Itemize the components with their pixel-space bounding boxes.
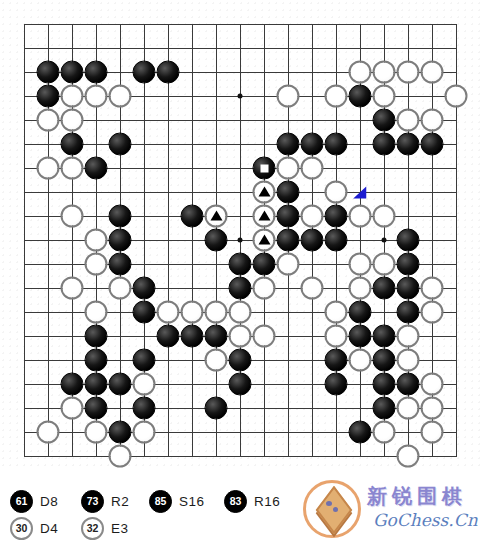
intersection[interactable] [300, 252, 324, 276]
intersection[interactable] [444, 36, 468, 60]
intersection[interactable] [300, 12, 324, 36]
intersection[interactable] [252, 396, 276, 420]
intersection[interactable] [444, 300, 468, 324]
intersection[interactable] [300, 420, 324, 444]
intersection[interactable] [420, 228, 444, 252]
legend-coordinate-label: E3 [111, 521, 129, 536]
intersection[interactable] [156, 372, 180, 396]
intersection[interactable] [300, 180, 324, 204]
intersection[interactable] [204, 12, 228, 36]
intersection[interactable] [156, 108, 180, 132]
intersection[interactable] [84, 444, 108, 468]
intersection[interactable] [444, 420, 468, 444]
intersection[interactable] [12, 348, 36, 372]
intersection[interactable] [108, 36, 132, 60]
black-stone [133, 61, 156, 84]
intersection[interactable] [180, 396, 204, 420]
intersection[interactable] [324, 396, 348, 420]
white-stone [301, 205, 324, 228]
intersection[interactable] [276, 60, 300, 84]
intersection[interactable] [132, 204, 156, 228]
intersection[interactable] [84, 276, 108, 300]
intersection[interactable] [444, 252, 468, 276]
intersection[interactable] [300, 60, 324, 84]
white-stone [397, 109, 420, 132]
intersection[interactable] [252, 300, 276, 324]
intersection[interactable] [252, 60, 276, 84]
intersection[interactable] [156, 276, 180, 300]
black-stone-badge: 83 [224, 490, 247, 513]
intersection[interactable] [108, 108, 132, 132]
intersection[interactable] [180, 108, 204, 132]
white-stone [421, 277, 444, 300]
intersection[interactable] [420, 36, 444, 60]
intersection[interactable] [84, 12, 108, 36]
intersection[interactable] [132, 252, 156, 276]
intersection[interactable] [12, 252, 36, 276]
intersection[interactable] [444, 60, 468, 84]
intersection[interactable] [252, 132, 276, 156]
intersection[interactable] [204, 156, 228, 180]
intersection[interactable] [204, 444, 228, 468]
intersection[interactable] [300, 396, 324, 420]
triangle-mark-icon [258, 186, 270, 196]
intersection[interactable] [324, 252, 348, 276]
intersection[interactable] [396, 84, 420, 108]
intersection[interactable] [12, 180, 36, 204]
intersection[interactable] [60, 252, 84, 276]
black-stone [37, 61, 60, 84]
white-stone [61, 205, 84, 228]
intersection[interactable] [204, 252, 228, 276]
intersection[interactable] [276, 396, 300, 420]
black-stone [181, 205, 204, 228]
intersection[interactable] [324, 108, 348, 132]
black-stone [85, 61, 108, 84]
intersection[interactable] [204, 372, 228, 396]
intersection[interactable] [420, 84, 444, 108]
intersection[interactable] [132, 12, 156, 36]
intersection[interactable] [228, 132, 252, 156]
white-stone-badge: 32 [81, 517, 104, 540]
intersection[interactable] [396, 36, 420, 60]
intersection[interactable] [276, 36, 300, 60]
intersection[interactable] [108, 60, 132, 84]
intersection[interactable] [12, 108, 36, 132]
intersection[interactable] [300, 444, 324, 468]
intersection[interactable] [156, 132, 180, 156]
black-stone [397, 253, 420, 276]
intersection[interactable] [12, 372, 36, 396]
intersection[interactable] [36, 276, 60, 300]
black-stone [85, 157, 108, 180]
intersection[interactable] [12, 60, 36, 84]
black-stone [109, 229, 132, 252]
go-board[interactable] [0, 0, 480, 470]
intersection[interactable] [36, 372, 60, 396]
intersection[interactable] [252, 12, 276, 36]
intersection[interactable] [420, 348, 444, 372]
intersection[interactable] [156, 228, 180, 252]
intersection[interactable] [60, 36, 84, 60]
intersection[interactable] [252, 348, 276, 372]
intersection[interactable] [228, 204, 252, 228]
legend-item-move-85: 85S16 [149, 490, 205, 512]
intersection[interactable] [444, 204, 468, 228]
intersection[interactable] [252, 420, 276, 444]
intersection[interactable] [156, 444, 180, 468]
intersection[interactable] [12, 396, 36, 420]
intersection[interactable] [396, 204, 420, 228]
intersection[interactable] [444, 228, 468, 252]
intersection[interactable] [252, 372, 276, 396]
intersection[interactable] [372, 12, 396, 36]
intersection[interactable] [276, 420, 300, 444]
intersection[interactable] [276, 324, 300, 348]
intersection[interactable] [324, 60, 348, 84]
intersection[interactable] [300, 348, 324, 372]
black-stone [325, 373, 348, 396]
intersection[interactable] [84, 36, 108, 60]
intersection[interactable] [324, 36, 348, 60]
intersection[interactable] [444, 12, 468, 36]
intersection[interactable] [276, 444, 300, 468]
intersection[interactable] [108, 396, 132, 420]
intersection[interactable] [372, 444, 396, 468]
intersection[interactable] [276, 108, 300, 132]
intersection[interactable] [396, 12, 420, 36]
white-stone [157, 301, 180, 324]
white-stone [253, 229, 276, 252]
intersection[interactable] [348, 156, 372, 180]
intersection[interactable] [108, 12, 132, 36]
intersection[interactable] [300, 84, 324, 108]
intersection[interactable] [132, 84, 156, 108]
black-stone [133, 301, 156, 324]
intersection[interactable] [180, 348, 204, 372]
intersection[interactable] [444, 156, 468, 180]
intersection[interactable] [324, 276, 348, 300]
black-stone [133, 277, 156, 300]
intersection[interactable] [156, 156, 180, 180]
white-stone [373, 421, 396, 444]
intersection[interactable] [444, 132, 468, 156]
intersection[interactable] [348, 108, 372, 132]
intersection[interactable] [252, 36, 276, 60]
intersection[interactable] [228, 156, 252, 180]
intersection[interactable] [36, 12, 60, 36]
black-stone [277, 205, 300, 228]
intersection[interactable] [180, 156, 204, 180]
intersection[interactable] [420, 252, 444, 276]
intersection[interactable] [156, 12, 180, 36]
black-stone [349, 301, 372, 324]
black-stone [373, 349, 396, 372]
intersection[interactable] [372, 36, 396, 60]
intersection[interactable] [60, 300, 84, 324]
intersection[interactable] [36, 204, 60, 228]
intersection[interactable] [12, 84, 36, 108]
intersection[interactable] [12, 204, 36, 228]
intersection[interactable] [132, 444, 156, 468]
intersection[interactable] [156, 396, 180, 420]
white-stone [37, 421, 60, 444]
black-stone [109, 253, 132, 276]
intersection[interactable] [204, 60, 228, 84]
white-stone [61, 157, 84, 180]
intersection[interactable] [348, 372, 372, 396]
intersection[interactable] [12, 444, 36, 468]
intersection[interactable] [348, 228, 372, 252]
intersection[interactable] [36, 324, 60, 348]
intersection[interactable] [252, 108, 276, 132]
intersection[interactable] [84, 204, 108, 228]
black-stone [373, 397, 396, 420]
intersection[interactable] [372, 180, 396, 204]
legend-coordinate-label: S16 [179, 494, 205, 509]
intersection[interactable] [36, 132, 60, 156]
intersection[interactable] [324, 420, 348, 444]
intersection[interactable] [12, 324, 36, 348]
intersection[interactable] [444, 324, 468, 348]
intersection[interactable] [132, 180, 156, 204]
intersection[interactable] [444, 396, 468, 420]
intersection[interactable] [180, 84, 204, 108]
intersection[interactable] [420, 12, 444, 36]
intersection[interactable] [36, 36, 60, 60]
intersection[interactable] [444, 372, 468, 396]
intersection[interactable] [204, 108, 228, 132]
intersection[interactable] [60, 228, 84, 252]
intersection[interactable] [348, 444, 372, 468]
intersection[interactable] [36, 348, 60, 372]
intersection[interactable] [132, 156, 156, 180]
white-stone [277, 253, 300, 276]
intersection[interactable] [300, 108, 324, 132]
intersection[interactable] [12, 300, 36, 324]
black-stone [253, 253, 276, 276]
white-stone [373, 205, 396, 228]
intersection[interactable] [276, 372, 300, 396]
intersection[interactable] [84, 108, 108, 132]
white-stone [253, 277, 276, 300]
intersection[interactable] [132, 132, 156, 156]
intersection[interactable] [108, 156, 132, 180]
intersection[interactable] [60, 324, 84, 348]
intersection[interactable] [444, 180, 468, 204]
move-legend: 61D873R285S1683R1630D432E3 [0, 486, 292, 544]
intersection[interactable] [348, 396, 372, 420]
intersection[interactable] [84, 180, 108, 204]
intersection[interactable] [420, 444, 444, 468]
intersection[interactable] [276, 276, 300, 300]
intersection[interactable] [204, 420, 228, 444]
intersection[interactable] [84, 132, 108, 156]
black-stone [397, 133, 420, 156]
intersection[interactable] [108, 300, 132, 324]
white-stone [61, 109, 84, 132]
intersection[interactable] [36, 300, 60, 324]
intersection[interactable] [324, 12, 348, 36]
intersection[interactable] [276, 348, 300, 372]
black-stone [109, 421, 132, 444]
intersection[interactable] [228, 420, 252, 444]
intersection[interactable] [420, 156, 444, 180]
intersection[interactable] [156, 252, 180, 276]
intersection[interactable] [12, 228, 36, 252]
legend-coordinate-label: R2 [111, 494, 129, 509]
intersection[interactable] [180, 36, 204, 60]
white-stone [109, 277, 132, 300]
intersection[interactable] [156, 180, 180, 204]
intersection[interactable] [156, 36, 180, 60]
intersection[interactable] [228, 60, 252, 84]
intersection[interactable] [12, 156, 36, 180]
black-stone [61, 61, 84, 84]
white-stone [61, 397, 84, 420]
legend-coordinate-label: R16 [254, 494, 280, 509]
legend-item-move-61: 61D8 [10, 490, 58, 512]
intersection[interactable] [108, 324, 132, 348]
intersection[interactable] [444, 276, 468, 300]
white-stone [37, 157, 60, 180]
intersection[interactable] [132, 108, 156, 132]
intersection[interactable] [108, 180, 132, 204]
intersection[interactable] [132, 228, 156, 252]
intersection[interactable] [228, 444, 252, 468]
intersection[interactable] [12, 276, 36, 300]
intersection[interactable] [180, 180, 204, 204]
intersection[interactable] [180, 252, 204, 276]
intersection[interactable] [180, 12, 204, 36]
intersection[interactable] [12, 420, 36, 444]
white-stone [445, 85, 468, 108]
legend-item-move-73: 73R2 [81, 490, 129, 512]
intersection[interactable] [396, 420, 420, 444]
black-stone [301, 229, 324, 252]
black-stone [157, 61, 180, 84]
intersection[interactable] [132, 36, 156, 60]
intersection[interactable] [204, 36, 228, 60]
black-stone [229, 373, 252, 396]
intersection[interactable] [300, 36, 324, 60]
white-stone [325, 181, 348, 204]
intersection[interactable] [12, 36, 36, 60]
intersection[interactable] [12, 132, 36, 156]
intersection[interactable] [180, 60, 204, 84]
white-stone [277, 85, 300, 108]
intersection[interactable] [36, 252, 60, 276]
intersection[interactable] [204, 180, 228, 204]
black-stone [373, 109, 396, 132]
intersection[interactable] [396, 180, 420, 204]
intersection[interactable] [180, 276, 204, 300]
intersection[interactable] [444, 348, 468, 372]
black-stone [109, 373, 132, 396]
black-stone [61, 373, 84, 396]
intersection[interactable] [156, 420, 180, 444]
intersection[interactable] [300, 324, 324, 348]
intersection[interactable] [36, 444, 60, 468]
intersection[interactable] [444, 444, 468, 468]
intersection[interactable] [348, 36, 372, 60]
intersection[interactable] [420, 204, 444, 228]
intersection[interactable] [420, 180, 444, 204]
white-stone [205, 349, 228, 372]
intersection[interactable] [228, 12, 252, 36]
intersection[interactable] [276, 300, 300, 324]
black-stone [421, 133, 444, 156]
black-stone [397, 301, 420, 324]
intersection[interactable] [180, 444, 204, 468]
intersection[interactable] [180, 132, 204, 156]
intersection[interactable] [348, 132, 372, 156]
intersection[interactable] [228, 180, 252, 204]
intersection[interactable] [300, 300, 324, 324]
intersection[interactable] [132, 324, 156, 348]
intersection[interactable] [348, 12, 372, 36]
intersection[interactable] [36, 228, 60, 252]
intersection[interactable] [252, 84, 276, 108]
intersection[interactable] [108, 348, 132, 372]
intersection[interactable] [60, 348, 84, 372]
white-stone [205, 301, 228, 324]
intersection[interactable] [396, 156, 420, 180]
intersection[interactable] [156, 348, 180, 372]
square-mark-icon [260, 164, 268, 172]
intersection[interactable] [12, 12, 36, 36]
intersection[interactable] [156, 84, 180, 108]
black-stone [397, 373, 420, 396]
intersection[interactable] [204, 276, 228, 300]
intersection[interactable] [60, 12, 84, 36]
intersection[interactable] [372, 300, 396, 324]
intersection[interactable] [180, 372, 204, 396]
white-stone [397, 61, 420, 84]
intersection[interactable] [300, 372, 324, 396]
intersection[interactable] [180, 228, 204, 252]
intersection[interactable] [156, 204, 180, 228]
intersection[interactable] [204, 132, 228, 156]
intersection[interactable] [276, 12, 300, 36]
intersection[interactable] [60, 420, 84, 444]
intersection[interactable] [420, 324, 444, 348]
intersection[interactable] [228, 36, 252, 60]
white-stone [421, 397, 444, 420]
intersection[interactable] [36, 396, 60, 420]
intersection[interactable] [60, 180, 84, 204]
intersection[interactable] [444, 108, 468, 132]
intersection[interactable] [60, 444, 84, 468]
intersection[interactable] [180, 420, 204, 444]
intersection[interactable] [372, 156, 396, 180]
legend-item-move-30: 30D4 [10, 517, 58, 539]
black-stone [349, 85, 372, 108]
white-stone [85, 421, 108, 444]
intersection[interactable] [252, 444, 276, 468]
intersection[interactable] [36, 180, 60, 204]
intersection[interactable] [324, 444, 348, 468]
intersection[interactable] [204, 84, 228, 108]
intersection[interactable] [324, 156, 348, 180]
intersection[interactable] [228, 108, 252, 132]
legend-coordinate-label: D4 [40, 521, 58, 536]
white-stone [61, 85, 84, 108]
white-stone [349, 349, 372, 372]
white-stone [373, 61, 396, 84]
intersection[interactable] [228, 396, 252, 420]
black-stone [181, 325, 204, 348]
